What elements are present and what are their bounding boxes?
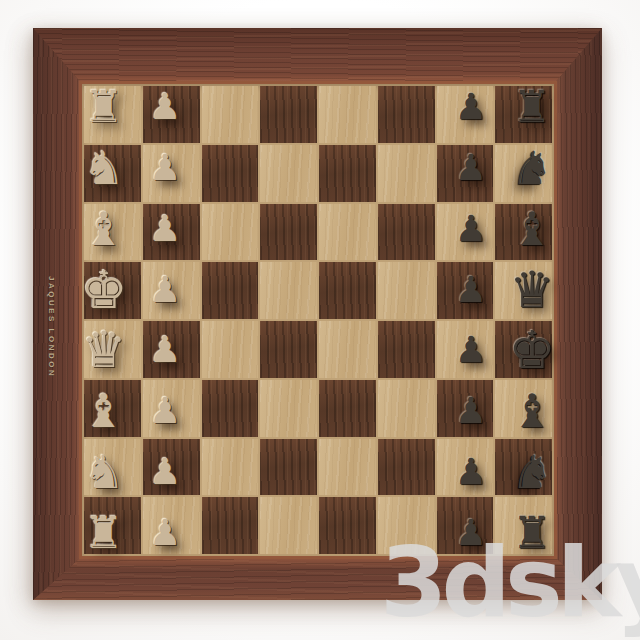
square-g2: ♟ <box>143 439 200 496</box>
square-f1: ♝ <box>84 380 141 437</box>
piece-white-knight: ♞ <box>83 145 124 191</box>
square-d7: ♟ <box>437 262 494 319</box>
square-e4 <box>260 321 317 378</box>
square-g5 <box>319 439 376 496</box>
square-f3 <box>202 380 259 437</box>
piece-white-pawn: ♟ <box>149 272 181 308</box>
piece-white-pawn: ♟ <box>149 515 181 551</box>
piece-black-pawn: ♟ <box>455 515 487 551</box>
square-h6 <box>378 497 435 554</box>
piece-white-pawn: ♟ <box>149 454 181 490</box>
piece-white-pawn: ♟ <box>149 332 181 368</box>
piece-white-rook: ♜ <box>84 511 123 555</box>
square-a2: ♟ <box>143 86 200 143</box>
piece-black-pawn: ♟ <box>455 393 487 429</box>
piece-black-knight: ♞ <box>511 449 552 495</box>
board-frame-left <box>33 28 82 600</box>
square-d4 <box>260 262 317 319</box>
square-d5 <box>319 262 376 319</box>
piece-black-pawn: ♟ <box>455 211 487 247</box>
square-g1: ♞ <box>84 439 141 496</box>
piece-white-king: ♚ <box>81 264 128 316</box>
scene: JAQUES LONDON ♜♟♟♜♞♟♟♞♝♟♟♝♚♟♟♛♛♟♟♚♝♟♟♝♞♟… <box>0 0 640 640</box>
square-g8: ♞ <box>495 439 552 496</box>
piece-black-rook: ♜ <box>512 85 551 129</box>
square-f8: ♝ <box>495 380 552 437</box>
square-a6 <box>378 86 435 143</box>
square-b4 <box>260 145 317 202</box>
square-f2: ♟ <box>143 380 200 437</box>
square-e7: ♟ <box>437 321 494 378</box>
square-a4 <box>260 86 317 143</box>
square-f4 <box>260 380 317 437</box>
square-e3 <box>202 321 259 378</box>
square-d3 <box>202 262 259 319</box>
square-h4 <box>260 497 317 554</box>
piece-white-bishop: ♝ <box>83 388 124 434</box>
square-c8: ♝ <box>495 204 552 261</box>
piece-black-king: ♚ <box>509 324 556 376</box>
square-a3 <box>202 86 259 143</box>
square-h1: ♜ <box>84 497 141 554</box>
piece-black-bishop: ♝ <box>511 206 552 252</box>
brand-engraving: JAQUES LONDON <box>47 276 56 362</box>
square-e2: ♟ <box>143 321 200 378</box>
square-c5 <box>319 204 376 261</box>
piece-white-pawn: ♟ <box>149 89 181 125</box>
board-squares: ♜♟♟♜♞♟♟♞♝♟♟♝♚♟♟♛♛♟♟♚♝♟♟♝♞♟♟♞♜♟♟♜ <box>82 84 554 556</box>
square-f7: ♟ <box>437 380 494 437</box>
square-a8: ♜ <box>495 86 552 143</box>
piece-white-pawn: ♟ <box>149 393 181 429</box>
piece-white-pawn: ♟ <box>149 211 181 247</box>
piece-black-rook: ♜ <box>512 511 551 555</box>
piece-white-rook: ♜ <box>84 85 123 129</box>
piece-black-pawn: ♟ <box>455 272 487 308</box>
square-f6 <box>378 380 435 437</box>
board-frame-bottom <box>33 556 602 600</box>
square-h5 <box>319 497 376 554</box>
piece-black-queen: ♛ <box>510 265 555 315</box>
board-frame-top <box>33 28 602 84</box>
square-c4 <box>260 204 317 261</box>
square-h8: ♜ <box>495 497 552 554</box>
square-e5 <box>319 321 376 378</box>
square-c6 <box>378 204 435 261</box>
square-c3 <box>202 204 259 261</box>
square-a5 <box>319 86 376 143</box>
square-d1: ♚ <box>84 262 141 319</box>
square-g7: ♟ <box>437 439 494 496</box>
square-f5 <box>319 380 376 437</box>
square-h7: ♟ <box>437 497 494 554</box>
piece-black-pawn: ♟ <box>455 454 487 490</box>
piece-white-queen: ♛ <box>82 325 127 375</box>
square-a1: ♜ <box>84 86 141 143</box>
square-h3 <box>202 497 259 554</box>
square-e1: ♛ <box>84 321 141 378</box>
square-b8: ♞ <box>495 145 552 202</box>
square-b3 <box>202 145 259 202</box>
square-d8: ♛ <box>495 262 552 319</box>
square-h2: ♟ <box>143 497 200 554</box>
square-g3 <box>202 439 259 496</box>
piece-black-pawn: ♟ <box>455 89 487 125</box>
square-e6 <box>378 321 435 378</box>
square-g4 <box>260 439 317 496</box>
piece-white-knight: ♞ <box>83 449 124 495</box>
square-c2: ♟ <box>143 204 200 261</box>
square-g6 <box>378 439 435 496</box>
square-b7: ♟ <box>437 145 494 202</box>
square-b6 <box>378 145 435 202</box>
piece-black-pawn: ♟ <box>455 150 487 186</box>
square-c7: ♟ <box>437 204 494 261</box>
chess-board: JAQUES LONDON ♜♟♟♜♞♟♟♞♝♟♟♝♚♟♟♛♛♟♟♚♝♟♟♝♞♟… <box>33 28 602 600</box>
square-b2: ♟ <box>143 145 200 202</box>
piece-black-bishop: ♝ <box>511 388 552 434</box>
square-c1: ♝ <box>84 204 141 261</box>
board-frame-right <box>554 28 602 600</box>
piece-white-bishop: ♝ <box>83 206 124 252</box>
piece-black-knight: ♞ <box>511 145 552 191</box>
square-b5 <box>319 145 376 202</box>
square-b1: ♞ <box>84 145 141 202</box>
square-d6 <box>378 262 435 319</box>
piece-black-pawn: ♟ <box>455 332 487 368</box>
piece-white-pawn: ♟ <box>149 150 181 186</box>
square-e8: ♚ <box>495 321 552 378</box>
square-d2: ♟ <box>143 262 200 319</box>
square-a7: ♟ <box>437 86 494 143</box>
